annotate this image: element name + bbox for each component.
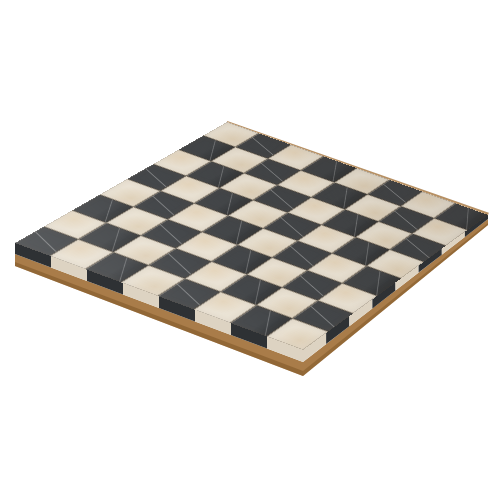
photo-background [0, 0, 500, 500]
